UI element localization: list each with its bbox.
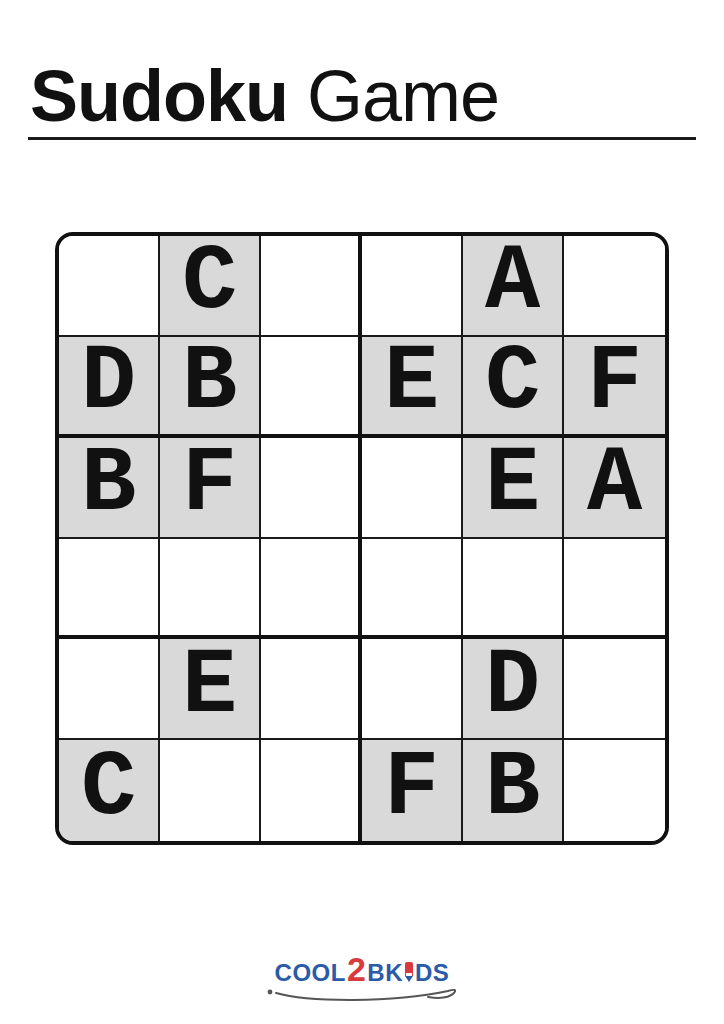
cell-r4c4[interactable] bbox=[362, 539, 463, 640]
cell-value: C bbox=[182, 237, 237, 329]
cell-r2c6: F bbox=[564, 337, 665, 438]
cell-r6c3[interactable] bbox=[261, 740, 362, 841]
page-title: Sudoku Game bbox=[30, 58, 696, 134]
cell-r5c3[interactable] bbox=[261, 639, 362, 740]
cell-value: A bbox=[485, 237, 540, 329]
logo-text-bk: BK bbox=[367, 961, 403, 985]
cell-r3c3[interactable] bbox=[261, 438, 362, 539]
cell-value: F bbox=[182, 439, 237, 531]
brand-logo: COOL2BKDS bbox=[275, 952, 450, 986]
cell-r3c6: A bbox=[564, 438, 665, 539]
cell-value: F bbox=[587, 337, 642, 429]
cell-value: E bbox=[384, 337, 439, 429]
cell-r2c5: C bbox=[463, 337, 564, 438]
cell-value: F bbox=[384, 743, 439, 835]
cell-r6c6[interactable] bbox=[564, 740, 665, 841]
cell-r3c5: E bbox=[463, 438, 564, 539]
cell-r4c2[interactable] bbox=[160, 539, 261, 640]
title-bold: Sudoku bbox=[30, 56, 288, 136]
cell-r4c5[interactable] bbox=[463, 539, 564, 640]
cell-value: D bbox=[81, 337, 136, 429]
page-header: Sudoku Game bbox=[30, 58, 696, 134]
cell-r1c5: A bbox=[463, 236, 564, 337]
cell-value: E bbox=[485, 439, 540, 531]
cell-r1c6[interactable] bbox=[564, 236, 665, 337]
logo-text-cool: COOL bbox=[275, 961, 346, 985]
cell-r2c4: E bbox=[362, 337, 463, 438]
cell-r5c5: D bbox=[463, 639, 564, 740]
cell-r3c1: B bbox=[59, 438, 160, 539]
cell-r5c4[interactable] bbox=[362, 639, 463, 740]
pencil-icon bbox=[405, 962, 413, 982]
cell-r6c2[interactable] bbox=[160, 740, 261, 841]
cell-value: B bbox=[485, 743, 540, 835]
cell-r1c3[interactable] bbox=[261, 236, 362, 337]
cell-r3c4[interactable] bbox=[362, 438, 463, 539]
cell-value: D bbox=[485, 641, 540, 733]
cell-r6c4: F bbox=[362, 740, 463, 841]
title-underline bbox=[28, 137, 696, 140]
cell-r1c1[interactable] bbox=[59, 236, 160, 337]
cell-r2c1: D bbox=[59, 337, 160, 438]
title-light: Game bbox=[288, 56, 499, 136]
sudoku-board: CADBECFBFEAEDCFB bbox=[55, 232, 669, 845]
cell-value: C bbox=[485, 337, 540, 429]
cell-r2c3[interactable] bbox=[261, 337, 362, 438]
cell-value: B bbox=[81, 439, 136, 531]
cell-r4c1[interactable] bbox=[59, 539, 160, 640]
cell-r3c2: F bbox=[160, 438, 261, 539]
cell-r6c1: C bbox=[59, 740, 160, 841]
logo-text-ds: DS bbox=[415, 961, 449, 985]
cell-r2c2: B bbox=[160, 337, 261, 438]
cell-r4c6[interactable] bbox=[564, 539, 665, 640]
cell-r1c4[interactable] bbox=[362, 236, 463, 337]
cell-r5c1[interactable] bbox=[59, 639, 160, 740]
cell-r5c2: E bbox=[160, 639, 261, 740]
cell-r6c5: B bbox=[463, 740, 564, 841]
cell-value: A bbox=[587, 439, 642, 531]
footer: COOL2BKDS bbox=[0, 952, 724, 1006]
cell-r1c2: C bbox=[160, 236, 261, 337]
cell-value: C bbox=[81, 743, 136, 835]
cell-r4c3[interactable] bbox=[261, 539, 362, 640]
cell-r5c6[interactable] bbox=[564, 639, 665, 740]
cell-value: E bbox=[182, 641, 237, 733]
logo-text-2: 2 bbox=[347, 952, 366, 986]
cell-value: B bbox=[182, 337, 237, 429]
